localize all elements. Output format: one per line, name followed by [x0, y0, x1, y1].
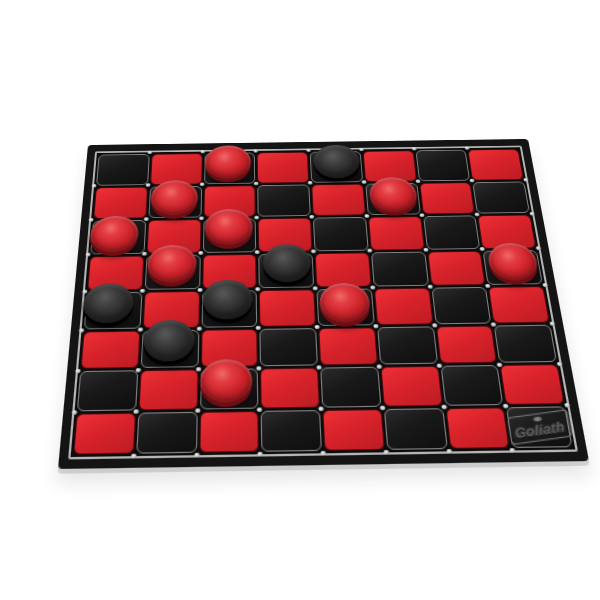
square-r2c5-red [311, 183, 365, 216]
intersection-dot [496, 362, 502, 366]
square-r4c7-red [427, 250, 486, 285]
intersection-dot [542, 283, 548, 287]
intersection-dot [195, 409, 201, 414]
intersection-dot [536, 247, 542, 251]
black-checker-piece[interactable] [143, 320, 195, 362]
intersection-dot [373, 324, 379, 328]
intersection-dot [144, 217, 149, 221]
square-r8c2-dark[interactable] [136, 411, 197, 454]
intersection-dot [314, 325, 320, 329]
intersection-dot [308, 181, 313, 184]
square-r1c7-dark[interactable] [415, 150, 470, 181]
intersection-dot [474, 212, 480, 216]
intersection-dot [485, 284, 491, 288]
square-r3c6-red [368, 216, 425, 250]
intersection-dot [479, 247, 485, 251]
intersection-dot [529, 211, 535, 215]
square-r1c5-dark[interactable] [310, 151, 363, 182]
intersection-dot [306, 148, 311, 151]
intersection-dot [503, 404, 509, 409]
intersection-dot [133, 410, 139, 415]
square-r6c6-dark[interactable] [377, 326, 438, 365]
intersection-dot [465, 146, 470, 149]
intersection-dot [255, 287, 260, 291]
square-r8c5-red [322, 409, 384, 451]
intersection-dot [136, 367, 142, 371]
intersection-dot [253, 149, 258, 152]
red-checker-piece[interactable] [205, 209, 253, 246]
intersection-dot [509, 448, 515, 453]
intersection-dot [436, 363, 442, 367]
square-r2c4-dark[interactable] [257, 184, 310, 217]
square-r8c7-red [445, 407, 510, 449]
board-inner-frame: Goliath [68, 146, 578, 460]
square-r2c6-dark[interactable] [365, 183, 420, 216]
black-checker-piece[interactable] [202, 279, 252, 319]
intersection-dot [142, 252, 147, 256]
square-r5c4-red [259, 289, 316, 326]
intersection-dot [198, 251, 203, 255]
square-r6c7-red [435, 325, 497, 364]
red-checker-piece[interactable] [89, 215, 139, 252]
square-r8c6-dark[interactable] [384, 408, 448, 450]
photo-background: Goliath [0, 0, 600, 600]
square-r7c6-red [380, 366, 442, 406]
black-checker-piece[interactable] [262, 244, 311, 282]
intersection-dot [491, 322, 497, 326]
intersection-dot [88, 218, 93, 222]
intersection-dot [196, 367, 202, 371]
intersection-dot [311, 250, 316, 254]
square-r6c8-dark[interactable] [494, 324, 557, 363]
red-checker-piece[interactable] [200, 359, 252, 403]
square-r1c1-dark[interactable] [96, 154, 149, 185]
intersection-dot [131, 454, 137, 459]
intersection-dot [199, 216, 204, 220]
square-r8c8-dark[interactable]: Goliath [506, 406, 573, 448]
red-checker-piece[interactable] [486, 243, 540, 281]
square-r7c8-red [500, 364, 565, 404]
square-r5c8-red [488, 286, 550, 323]
square-r7c5-dark[interactable] [320, 367, 381, 407]
square-r8c3-red [199, 410, 259, 452]
intersection-dot [412, 147, 417, 150]
intersection-dot [200, 150, 205, 153]
board-field: Goliath [71, 147, 576, 457]
square-r8c4-dark[interactable] [261, 409, 322, 451]
intersection-dot [256, 326, 261, 330]
square-r7c7-dark[interactable] [440, 365, 504, 405]
intersection-dot [427, 285, 433, 289]
intersection-dot [254, 182, 259, 185]
intersection-dot [91, 184, 96, 187]
intersection-dot [415, 179, 420, 182]
intersection-dot [446, 449, 452, 454]
intersection-dot [316, 365, 322, 369]
intersection-dot [197, 326, 202, 330]
red-checker-piece[interactable] [205, 145, 251, 179]
intersection-dot [318, 407, 324, 412]
square-r7c4-red [260, 368, 320, 409]
square-r2c7-red [419, 182, 475, 215]
intersection-dot [79, 328, 85, 332]
goliath-logo-mark-icon [533, 416, 543, 422]
checkers-board: Goliath [58, 139, 589, 469]
red-checker-piece[interactable] [319, 283, 371, 323]
square-r5c1-dark[interactable] [84, 292, 142, 329]
square-r1c3-dark[interactable] [204, 153, 256, 184]
intersection-dot [257, 408, 263, 413]
intersection-dot [367, 249, 372, 253]
intersection-dot [370, 286, 376, 290]
intersection-dot [313, 286, 318, 290]
square-r3c7-dark[interactable] [423, 215, 481, 249]
square-r4c5-red [315, 252, 372, 287]
square-r2c1-red [93, 186, 148, 219]
square-r6c2-dark[interactable] [140, 329, 198, 368]
square-r5c5-dark[interactable] [316, 289, 374, 326]
red-checker-piece[interactable] [150, 180, 198, 215]
intersection-dot [320, 451, 326, 456]
intersection-dot [419, 213, 424, 217]
square-r7c3-dark[interactable] [200, 368, 259, 409]
square-r5c3-dark[interactable] [201, 290, 257, 327]
intersection-dot [138, 327, 144, 331]
intersection-dot [376, 364, 382, 368]
square-r6c5-red [318, 327, 378, 366]
intersection-dot [364, 214, 369, 218]
intersection-dot [146, 183, 151, 186]
intersection-dot [523, 178, 529, 181]
intersection-dot [75, 368, 81, 372]
intersection-dot [71, 411, 77, 416]
square-r3c5-dark[interactable] [313, 217, 369, 251]
intersection-dot [469, 179, 474, 182]
square-r1c8-red [468, 149, 524, 180]
intersection-dot [140, 289, 145, 293]
intersection-dot [432, 323, 438, 327]
intersection-dot [383, 450, 389, 455]
square-r2c8-dark[interactable] [472, 181, 530, 213]
square-r4c4-dark[interactable] [258, 253, 314, 288]
intersection-dot [309, 215, 314, 219]
square-r1c4-red [257, 152, 309, 183]
square-r3c1-dark[interactable] [90, 220, 146, 254]
square-r4c6-dark[interactable] [371, 251, 429, 286]
intersection-dot [564, 403, 570, 408]
intersection-dot [147, 151, 152, 154]
red-checker-piece[interactable] [147, 245, 197, 283]
square-r3c3-dark[interactable] [202, 218, 256, 252]
square-r2c2-dark[interactable] [148, 186, 202, 219]
square-r7c2-red [138, 369, 198, 410]
square-r4c2-dark[interactable] [144, 254, 200, 289]
intersection-dot [254, 215, 259, 219]
goliath-logo-text: Goliath [514, 419, 566, 442]
intersection-dot [423, 248, 429, 252]
square-r5c6-red [374, 288, 433, 325]
intersection-dot [556, 361, 562, 365]
square-r7c1-dark[interactable] [77, 370, 138, 411]
red-checker-piece[interactable] [368, 177, 418, 212]
intersection-dot [549, 321, 555, 325]
square-r6c4-dark[interactable] [260, 328, 318, 367]
square-r8c1-red [73, 412, 136, 455]
intersection-dot [194, 453, 200, 458]
goliath-logo: Goliath [507, 409, 572, 445]
intersection-dot [257, 452, 263, 457]
intersection-dot [362, 180, 367, 183]
square-r6c1-red [80, 330, 140, 369]
square-r5c7-dark[interactable] [431, 287, 492, 324]
intersection-dot [200, 182, 205, 185]
square-r4c8-dark[interactable] [483, 250, 543, 285]
intersection-dot [197, 288, 202, 292]
intersection-dot [255, 250, 260, 254]
black-checker-piece[interactable] [313, 145, 360, 179]
intersection-dot [359, 148, 364, 151]
intersection-dot [380, 406, 386, 411]
intersection-dot [85, 253, 90, 257]
intersection-dot [441, 405, 447, 410]
